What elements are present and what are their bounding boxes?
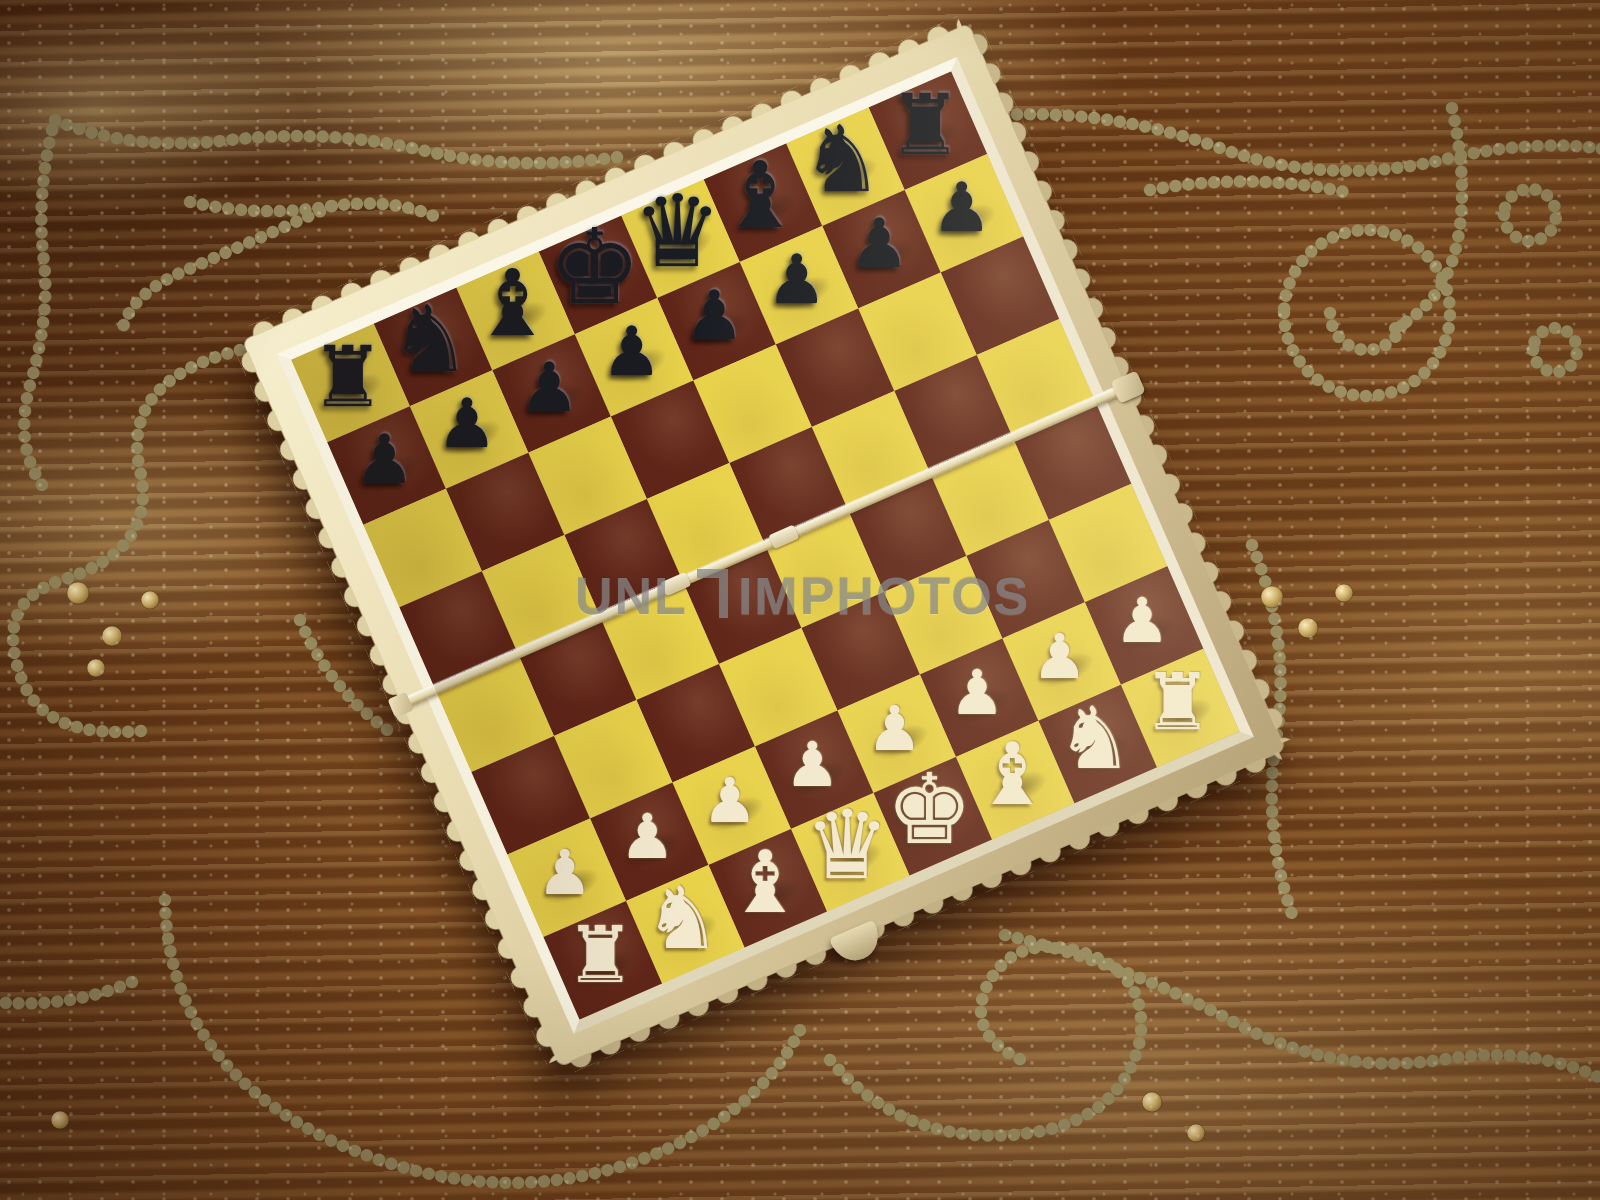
white-bishop-f1[interactable]: ♝: [974, 731, 1051, 817]
white-king-e1[interactable]: ♚: [886, 761, 973, 858]
black-pawn-h7[interactable]: ♟: [931, 174, 992, 242]
black-knight-g8[interactable]: ♞: [801, 114, 883, 206]
white-pawn-h2[interactable]: ♟: [1114, 590, 1170, 652]
black-knight-b8[interactable]: ♞: [389, 294, 471, 386]
white-pawn-f2[interactable]: ♟: [949, 662, 1005, 724]
white-pawn-g2[interactable]: ♟: [1032, 626, 1088, 688]
white-rook-a1[interactable]: ♜: [565, 916, 635, 994]
photo-scene: ♜♞♝♚♛♝♞♜♟♟♟♟♟♟♟♟♟♟♟♟♟♟♟♟♜♞♝♛♚♝♞♜ UNL IMP…: [0, 0, 1600, 1200]
white-knight-b1[interactable]: ♞: [644, 875, 721, 961]
white-queen-d1[interactable]: ♛: [805, 798, 890, 893]
black-pawn-d7[interactable]: ♟: [601, 318, 662, 386]
white-rook-h1[interactable]: ♜: [1143, 663, 1213, 741]
watermark-logo-icon: [697, 569, 728, 618]
black-bishop-c8[interactable]: ♝: [471, 258, 553, 350]
black-rook-a8[interactable]: ♜: [310, 335, 385, 419]
black-rook-h8[interactable]: ♜: [888, 83, 963, 167]
white-pawn-d2[interactable]: ♟: [784, 734, 840, 796]
watermark-text-right: IMPHOTOS: [738, 566, 1030, 626]
white-pawn-c2[interactable]: ♟: [702, 770, 758, 832]
white-pawn-a2[interactable]: ♟: [537, 842, 593, 904]
black-king-d8[interactable]: ♚: [548, 215, 641, 319]
white-bishop-c1[interactable]: ♝: [726, 839, 803, 925]
watermark-text-left: UNL: [575, 566, 688, 626]
black-pawn-f7[interactable]: ♟: [766, 246, 827, 314]
black-pawn-b7[interactable]: ♟: [436, 390, 497, 458]
black-pawn-g7[interactable]: ♟: [849, 210, 910, 278]
black-pawn-c7[interactable]: ♟: [519, 354, 580, 422]
white-knight-g1[interactable]: ♞: [1056, 695, 1133, 781]
black-pawn-a7[interactable]: ♟: [354, 426, 415, 494]
black-bishop-f8[interactable]: ♝: [719, 150, 801, 242]
watermark: UNL IMPHOTOS: [575, 566, 1030, 626]
white-pawn-e2[interactable]: ♟: [867, 698, 923, 760]
black-pawn-e7[interactable]: ♟: [684, 282, 745, 350]
white-pawn-b2[interactable]: ♟: [619, 806, 675, 868]
black-queen-e8[interactable]: ♛: [632, 182, 722, 282]
